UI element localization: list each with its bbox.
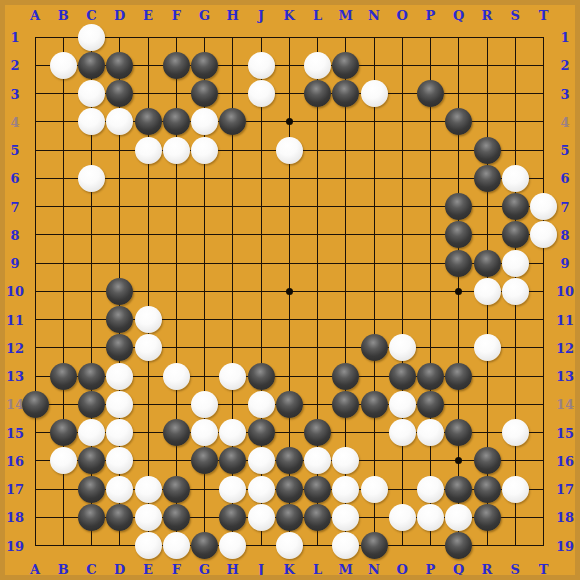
- intersection-Q16[interactable]: [445, 447, 473, 475]
- intersection-L8[interactable]: [303, 221, 331, 249]
- intersection-L5[interactable]: [303, 136, 331, 164]
- intersection-R10[interactable]: [473, 277, 501, 305]
- intersection-M4[interactable]: [332, 108, 360, 136]
- intersection-A5[interactable]: [21, 136, 49, 164]
- intersection-P18[interactable]: [416, 503, 444, 531]
- intersection-A7[interactable]: [21, 192, 49, 220]
- intersection-P8[interactable]: [416, 221, 444, 249]
- intersection-M19[interactable]: [332, 531, 360, 559]
- intersection-N12[interactable]: [360, 334, 388, 362]
- intersection-R18[interactable]: [473, 503, 501, 531]
- intersection-F11[interactable]: [162, 305, 190, 333]
- intersection-S2[interactable]: [501, 51, 529, 79]
- intersection-P19[interactable]: [416, 531, 444, 559]
- intersection-T16[interactable]: [529, 447, 557, 475]
- intersection-E12[interactable]: [134, 334, 162, 362]
- intersection-R12[interactable]: [473, 334, 501, 362]
- intersection-S17[interactable]: [501, 475, 529, 503]
- intersection-L15[interactable]: [303, 418, 331, 446]
- intersection-M16[interactable]: [332, 447, 360, 475]
- intersection-R16[interactable]: [473, 447, 501, 475]
- intersection-P15[interactable]: [416, 418, 444, 446]
- intersection-N6[interactable]: [360, 164, 388, 192]
- intersection-O14[interactable]: [388, 390, 416, 418]
- intersection-O6[interactable]: [388, 164, 416, 192]
- intersection-N3[interactable]: [360, 79, 388, 107]
- intersection-J5[interactable]: [247, 136, 275, 164]
- intersection-M1[interactable]: [332, 23, 360, 51]
- intersection-Q8[interactable]: [445, 221, 473, 249]
- intersection-T4[interactable]: [529, 108, 557, 136]
- intersection-A14[interactable]: [21, 390, 49, 418]
- intersection-G6[interactable]: [190, 164, 218, 192]
- intersection-F1[interactable]: [162, 23, 190, 51]
- intersection-R13[interactable]: [473, 362, 501, 390]
- intersection-J18[interactable]: [247, 503, 275, 531]
- intersection-P13[interactable]: [416, 362, 444, 390]
- intersection-H15[interactable]: [219, 418, 247, 446]
- intersection-O15[interactable]: [388, 418, 416, 446]
- intersection-B16[interactable]: [49, 447, 77, 475]
- intersection-H14[interactable]: [219, 390, 247, 418]
- intersection-L12[interactable]: [303, 334, 331, 362]
- intersection-T6[interactable]: [529, 164, 557, 192]
- intersection-L16[interactable]: [303, 447, 331, 475]
- intersection-K6[interactable]: [275, 164, 303, 192]
- intersection-Q19[interactable]: [445, 531, 473, 559]
- intersection-E15[interactable]: [134, 418, 162, 446]
- intersection-C19[interactable]: [77, 531, 105, 559]
- intersection-H7[interactable]: [219, 192, 247, 220]
- intersection-N8[interactable]: [360, 221, 388, 249]
- intersection-S13[interactable]: [501, 362, 529, 390]
- intersection-T19[interactable]: [529, 531, 557, 559]
- intersection-E16[interactable]: [134, 447, 162, 475]
- intersection-B4[interactable]: [49, 108, 77, 136]
- intersection-C3[interactable]: [77, 79, 105, 107]
- intersection-A8[interactable]: [21, 221, 49, 249]
- intersection-J6[interactable]: [247, 164, 275, 192]
- intersection-D14[interactable]: [106, 390, 134, 418]
- intersection-H1[interactable]: [219, 23, 247, 51]
- intersection-F10[interactable]: [162, 277, 190, 305]
- intersection-K1[interactable]: [275, 23, 303, 51]
- intersection-E18[interactable]: [134, 503, 162, 531]
- intersection-K19[interactable]: [275, 531, 303, 559]
- intersection-D5[interactable]: [106, 136, 134, 164]
- intersection-B3[interactable]: [49, 79, 77, 107]
- intersection-O9[interactable]: [388, 249, 416, 277]
- intersection-P14[interactable]: [416, 390, 444, 418]
- intersection-P10[interactable]: [416, 277, 444, 305]
- intersection-D11[interactable]: [106, 305, 134, 333]
- intersection-E8[interactable]: [134, 221, 162, 249]
- intersection-P9[interactable]: [416, 249, 444, 277]
- intersection-B5[interactable]: [49, 136, 77, 164]
- intersection-A11[interactable]: [21, 305, 49, 333]
- intersection-F7[interactable]: [162, 192, 190, 220]
- intersection-O19[interactable]: [388, 531, 416, 559]
- intersection-R3[interactable]: [473, 79, 501, 107]
- intersection-J8[interactable]: [247, 221, 275, 249]
- intersection-D6[interactable]: [106, 164, 134, 192]
- intersection-S15[interactable]: [501, 418, 529, 446]
- intersection-E2[interactable]: [134, 51, 162, 79]
- intersection-T5[interactable]: [529, 136, 557, 164]
- intersection-A19[interactable]: [21, 531, 49, 559]
- intersection-T9[interactable]: [529, 249, 557, 277]
- intersection-A12[interactable]: [21, 334, 49, 362]
- intersection-N2[interactable]: [360, 51, 388, 79]
- intersection-O1[interactable]: [388, 23, 416, 51]
- intersection-R8[interactable]: [473, 221, 501, 249]
- intersection-M5[interactable]: [332, 136, 360, 164]
- intersection-Q13[interactable]: [445, 362, 473, 390]
- intersection-L18[interactable]: [303, 503, 331, 531]
- intersection-C4[interactable]: [77, 108, 105, 136]
- intersection-T8[interactable]: [529, 221, 557, 249]
- intersection-N10[interactable]: [360, 277, 388, 305]
- intersection-M8[interactable]: [332, 221, 360, 249]
- intersection-Q10[interactable]: [445, 277, 473, 305]
- intersection-J12[interactable]: [247, 334, 275, 362]
- intersection-B9[interactable]: [49, 249, 77, 277]
- intersection-F17[interactable]: [162, 475, 190, 503]
- intersection-O3[interactable]: [388, 79, 416, 107]
- intersection-F9[interactable]: [162, 249, 190, 277]
- intersection-D3[interactable]: [106, 79, 134, 107]
- intersection-P16[interactable]: [416, 447, 444, 475]
- intersection-F6[interactable]: [162, 164, 190, 192]
- intersection-R11[interactable]: [473, 305, 501, 333]
- intersection-T3[interactable]: [529, 79, 557, 107]
- intersection-S18[interactable]: [501, 503, 529, 531]
- intersection-E6[interactable]: [134, 164, 162, 192]
- intersection-Q12[interactable]: [445, 334, 473, 362]
- intersection-G9[interactable]: [190, 249, 218, 277]
- intersection-H12[interactable]: [219, 334, 247, 362]
- intersection-H17[interactable]: [219, 475, 247, 503]
- intersection-R2[interactable]: [473, 51, 501, 79]
- intersection-M6[interactable]: [332, 164, 360, 192]
- intersection-B14[interactable]: [49, 390, 77, 418]
- intersection-N16[interactable]: [360, 447, 388, 475]
- intersection-Q3[interactable]: [445, 79, 473, 107]
- intersection-G19[interactable]: [190, 531, 218, 559]
- intersection-F19[interactable]: [162, 531, 190, 559]
- intersection-D13[interactable]: [106, 362, 134, 390]
- intersection-Q7[interactable]: [445, 192, 473, 220]
- intersection-H9[interactable]: [219, 249, 247, 277]
- intersection-D15[interactable]: [106, 418, 134, 446]
- intersection-O2[interactable]: [388, 51, 416, 79]
- intersection-K9[interactable]: [275, 249, 303, 277]
- intersection-K15[interactable]: [275, 418, 303, 446]
- intersection-B17[interactable]: [49, 475, 77, 503]
- intersection-S3[interactable]: [501, 79, 529, 107]
- intersection-E13[interactable]: [134, 362, 162, 390]
- intersection-T13[interactable]: [529, 362, 557, 390]
- intersection-L10[interactable]: [303, 277, 331, 305]
- intersection-R15[interactable]: [473, 418, 501, 446]
- intersection-O5[interactable]: [388, 136, 416, 164]
- intersection-K7[interactable]: [275, 192, 303, 220]
- intersection-S14[interactable]: [501, 390, 529, 418]
- intersection-B15[interactable]: [49, 418, 77, 446]
- intersection-M9[interactable]: [332, 249, 360, 277]
- intersection-L13[interactable]: [303, 362, 331, 390]
- intersection-F13[interactable]: [162, 362, 190, 390]
- intersection-K5[interactable]: [275, 136, 303, 164]
- intersection-Q5[interactable]: [445, 136, 473, 164]
- intersection-N9[interactable]: [360, 249, 388, 277]
- intersection-E3[interactable]: [134, 79, 162, 107]
- intersection-H3[interactable]: [219, 79, 247, 107]
- intersection-P7[interactable]: [416, 192, 444, 220]
- intersection-J17[interactable]: [247, 475, 275, 503]
- intersection-M7[interactable]: [332, 192, 360, 220]
- intersection-F16[interactable]: [162, 447, 190, 475]
- intersection-G1[interactable]: [190, 23, 218, 51]
- intersection-K4[interactable]: [275, 108, 303, 136]
- intersection-Q9[interactable]: [445, 249, 473, 277]
- intersection-B2[interactable]: [49, 51, 77, 79]
- intersection-P4[interactable]: [416, 108, 444, 136]
- intersection-C2[interactable]: [77, 51, 105, 79]
- intersection-R17[interactable]: [473, 475, 501, 503]
- intersection-D7[interactable]: [106, 192, 134, 220]
- intersection-A16[interactable]: [21, 447, 49, 475]
- intersection-K8[interactable]: [275, 221, 303, 249]
- intersection-O13[interactable]: [388, 362, 416, 390]
- intersection-O10[interactable]: [388, 277, 416, 305]
- intersection-O17[interactable]: [388, 475, 416, 503]
- intersection-E19[interactable]: [134, 531, 162, 559]
- intersection-M12[interactable]: [332, 334, 360, 362]
- intersection-D16[interactable]: [106, 447, 134, 475]
- intersection-M10[interactable]: [332, 277, 360, 305]
- intersection-B8[interactable]: [49, 221, 77, 249]
- intersection-A9[interactable]: [21, 249, 49, 277]
- intersection-M14[interactable]: [332, 390, 360, 418]
- intersection-N18[interactable]: [360, 503, 388, 531]
- intersection-P1[interactable]: [416, 23, 444, 51]
- intersection-E11[interactable]: [134, 305, 162, 333]
- intersection-A1[interactable]: [21, 23, 49, 51]
- intersection-P3[interactable]: [416, 79, 444, 107]
- intersection-K3[interactable]: [275, 79, 303, 107]
- intersection-K14[interactable]: [275, 390, 303, 418]
- intersection-B10[interactable]: [49, 277, 77, 305]
- intersection-L19[interactable]: [303, 531, 331, 559]
- intersection-H8[interactable]: [219, 221, 247, 249]
- intersection-T12[interactable]: [529, 334, 557, 362]
- intersection-T17[interactable]: [529, 475, 557, 503]
- intersection-J10[interactable]: [247, 277, 275, 305]
- intersection-T1[interactable]: [529, 23, 557, 51]
- intersection-G4[interactable]: [190, 108, 218, 136]
- intersection-N13[interactable]: [360, 362, 388, 390]
- intersection-G3[interactable]: [190, 79, 218, 107]
- intersection-Q11[interactable]: [445, 305, 473, 333]
- intersection-J2[interactable]: [247, 51, 275, 79]
- intersection-K2[interactable]: [275, 51, 303, 79]
- intersection-O8[interactable]: [388, 221, 416, 249]
- intersection-Q15[interactable]: [445, 418, 473, 446]
- intersection-P6[interactable]: [416, 164, 444, 192]
- intersection-S1[interactable]: [501, 23, 529, 51]
- intersection-D18[interactable]: [106, 503, 134, 531]
- intersection-C16[interactable]: [77, 447, 105, 475]
- intersection-M13[interactable]: [332, 362, 360, 390]
- intersection-D17[interactable]: [106, 475, 134, 503]
- intersection-F5[interactable]: [162, 136, 190, 164]
- intersection-A10[interactable]: [21, 277, 49, 305]
- intersection-T15[interactable]: [529, 418, 557, 446]
- intersection-B12[interactable]: [49, 334, 77, 362]
- intersection-N11[interactable]: [360, 305, 388, 333]
- intersection-H5[interactable]: [219, 136, 247, 164]
- intersection-R5[interactable]: [473, 136, 501, 164]
- intersection-D12[interactable]: [106, 334, 134, 362]
- intersection-N4[interactable]: [360, 108, 388, 136]
- intersection-G17[interactable]: [190, 475, 218, 503]
- intersection-F14[interactable]: [162, 390, 190, 418]
- intersection-N14[interactable]: [360, 390, 388, 418]
- intersection-K13[interactable]: [275, 362, 303, 390]
- intersection-H19[interactable]: [219, 531, 247, 559]
- intersection-B19[interactable]: [49, 531, 77, 559]
- intersection-L14[interactable]: [303, 390, 331, 418]
- intersection-P11[interactable]: [416, 305, 444, 333]
- intersection-N15[interactable]: [360, 418, 388, 446]
- intersection-D10[interactable]: [106, 277, 134, 305]
- intersection-K16[interactable]: [275, 447, 303, 475]
- intersection-E14[interactable]: [134, 390, 162, 418]
- intersection-L7[interactable]: [303, 192, 331, 220]
- intersection-S7[interactable]: [501, 192, 529, 220]
- intersection-N7[interactable]: [360, 192, 388, 220]
- intersection-H2[interactable]: [219, 51, 247, 79]
- intersection-R14[interactable]: [473, 390, 501, 418]
- intersection-J11[interactable]: [247, 305, 275, 333]
- intersection-R9[interactable]: [473, 249, 501, 277]
- intersection-E1[interactable]: [134, 23, 162, 51]
- intersection-L1[interactable]: [303, 23, 331, 51]
- intersection-D19[interactable]: [106, 531, 134, 559]
- intersection-J7[interactable]: [247, 192, 275, 220]
- intersection-S11[interactable]: [501, 305, 529, 333]
- intersection-J13[interactable]: [247, 362, 275, 390]
- intersection-G5[interactable]: [190, 136, 218, 164]
- intersection-Q4[interactable]: [445, 108, 473, 136]
- intersection-A15[interactable]: [21, 418, 49, 446]
- intersection-B6[interactable]: [49, 164, 77, 192]
- intersection-T18[interactable]: [529, 503, 557, 531]
- intersection-F12[interactable]: [162, 334, 190, 362]
- intersection-O18[interactable]: [388, 503, 416, 531]
- intersection-C18[interactable]: [77, 503, 105, 531]
- intersection-S8[interactable]: [501, 221, 529, 249]
- intersection-D9[interactable]: [106, 249, 134, 277]
- intersection-T10[interactable]: [529, 277, 557, 305]
- intersection-T2[interactable]: [529, 51, 557, 79]
- intersection-Q17[interactable]: [445, 475, 473, 503]
- intersection-M17[interactable]: [332, 475, 360, 503]
- intersection-M3[interactable]: [332, 79, 360, 107]
- intersection-Q2[interactable]: [445, 51, 473, 79]
- intersection-G13[interactable]: [190, 362, 218, 390]
- intersection-K10[interactable]: [275, 277, 303, 305]
- intersection-Q14[interactable]: [445, 390, 473, 418]
- intersection-E9[interactable]: [134, 249, 162, 277]
- intersection-L6[interactable]: [303, 164, 331, 192]
- intersection-A13[interactable]: [21, 362, 49, 390]
- intersection-S9[interactable]: [501, 249, 529, 277]
- intersection-F2[interactable]: [162, 51, 190, 79]
- intersection-N17[interactable]: [360, 475, 388, 503]
- intersection-D1[interactable]: [106, 23, 134, 51]
- intersection-S5[interactable]: [501, 136, 529, 164]
- intersection-J16[interactable]: [247, 447, 275, 475]
- intersection-H10[interactable]: [219, 277, 247, 305]
- intersection-G16[interactable]: [190, 447, 218, 475]
- intersection-C1[interactable]: [77, 23, 105, 51]
- intersection-O16[interactable]: [388, 447, 416, 475]
- intersection-M15[interactable]: [332, 418, 360, 446]
- intersection-A17[interactable]: [21, 475, 49, 503]
- intersection-F15[interactable]: [162, 418, 190, 446]
- intersection-C17[interactable]: [77, 475, 105, 503]
- intersection-T11[interactable]: [529, 305, 557, 333]
- intersection-O4[interactable]: [388, 108, 416, 136]
- intersection-L17[interactable]: [303, 475, 331, 503]
- intersection-R1[interactable]: [473, 23, 501, 51]
- intersection-E10[interactable]: [134, 277, 162, 305]
- intersection-J1[interactable]: [247, 23, 275, 51]
- intersection-C12[interactable]: [77, 334, 105, 362]
- intersection-H18[interactable]: [219, 503, 247, 531]
- intersection-N5[interactable]: [360, 136, 388, 164]
- intersection-R4[interactable]: [473, 108, 501, 136]
- intersection-F3[interactable]: [162, 79, 190, 107]
- intersection-O11[interactable]: [388, 305, 416, 333]
- intersection-S6[interactable]: [501, 164, 529, 192]
- intersection-H11[interactable]: [219, 305, 247, 333]
- intersection-B11[interactable]: [49, 305, 77, 333]
- intersection-T14[interactable]: [529, 390, 557, 418]
- intersection-J15[interactable]: [247, 418, 275, 446]
- intersection-L2[interactable]: [303, 51, 331, 79]
- intersection-L11[interactable]: [303, 305, 331, 333]
- intersection-E5[interactable]: [134, 136, 162, 164]
- intersection-C14[interactable]: [77, 390, 105, 418]
- intersection-S10[interactable]: [501, 277, 529, 305]
- intersection-L3[interactable]: [303, 79, 331, 107]
- intersection-R7[interactable]: [473, 192, 501, 220]
- intersection-G14[interactable]: [190, 390, 218, 418]
- intersection-B7[interactable]: [49, 192, 77, 220]
- intersection-H13[interactable]: [219, 362, 247, 390]
- intersection-C10[interactable]: [77, 277, 105, 305]
- intersection-R6[interactable]: [473, 164, 501, 192]
- intersection-A18[interactable]: [21, 503, 49, 531]
- intersection-P2[interactable]: [416, 51, 444, 79]
- intersection-L4[interactable]: [303, 108, 331, 136]
- intersection-C11[interactable]: [77, 305, 105, 333]
- intersection-N19[interactable]: [360, 531, 388, 559]
- intersection-G2[interactable]: [190, 51, 218, 79]
